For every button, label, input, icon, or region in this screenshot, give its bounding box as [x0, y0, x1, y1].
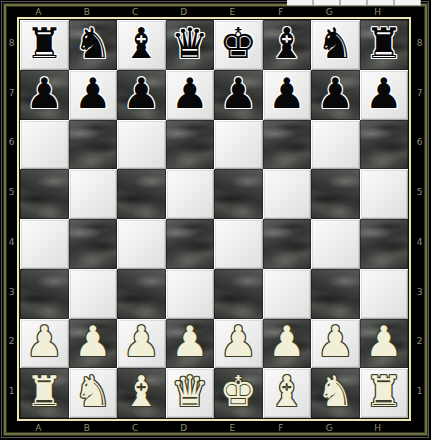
square-a3[interactable] — [20, 269, 69, 319]
square-g6[interactable] — [311, 120, 360, 170]
square-h3[interactable] — [360, 269, 409, 319]
square-d5[interactable] — [166, 169, 215, 219]
piece-black-pawn[interactable]: ♟ — [122, 73, 160, 115]
file-bottom-label-a: A — [14, 422, 63, 434]
square-h8[interactable]: ♜ — [360, 20, 409, 70]
square-g8[interactable]: ♞ — [311, 20, 360, 70]
square-d6[interactable] — [166, 120, 215, 170]
piece-black-rook[interactable]: ♜ — [365, 23, 403, 65]
board: ♜♞♝♛♚♝♞♜♟♟♟♟♟♟♟♟♟♟♟♟♟♟♟♟♜♞♝♛♚♝♞♜ — [20, 20, 408, 418]
rank-right-label-7: 7 — [414, 68, 425, 118]
square-c7[interactable]: ♟ — [117, 70, 166, 120]
square-f6[interactable] — [263, 120, 312, 170]
square-e4[interactable] — [214, 219, 263, 269]
rank-labels-left: 87654321 — [6, 20, 17, 418]
square-d3[interactable] — [166, 269, 215, 319]
piece-black-pawn[interactable]: ♟ — [171, 73, 209, 115]
square-b8[interactable]: ♞ — [69, 20, 118, 70]
square-a5[interactable] — [20, 169, 69, 219]
piece-white-pawn[interactable]: ♟ — [74, 321, 112, 363]
square-e2[interactable]: ♟ — [214, 319, 263, 369]
piece-black-king[interactable]: ♚ — [219, 23, 257, 65]
square-a6[interactable] — [20, 120, 69, 170]
piece-black-pawn[interactable]: ♟ — [268, 73, 306, 115]
square-d1[interactable]: ♛ — [166, 368, 215, 418]
piece-black-pawn[interactable]: ♟ — [316, 73, 354, 115]
piece-black-rook[interactable]: ♜ — [25, 23, 63, 65]
square-h7[interactable]: ♟ — [360, 70, 409, 120]
square-f3[interactable] — [263, 269, 312, 319]
rank-left-label-6: 6 — [6, 118, 17, 168]
file-bottom-label-c: C — [111, 422, 160, 434]
rank-left-label-1: 1 — [6, 366, 17, 416]
square-c8[interactable]: ♝ — [117, 20, 166, 70]
file-top-label-f: F — [257, 6, 306, 18]
piece-black-bishop[interactable]: ♝ — [268, 23, 306, 65]
square-c2[interactable]: ♟ — [117, 319, 166, 369]
square-a7[interactable]: ♟ — [20, 70, 69, 120]
rank-left-label-8: 8 — [6, 18, 17, 68]
piece-white-pawn[interactable]: ♟ — [171, 321, 209, 363]
file-top-label-e: E — [208, 6, 257, 18]
file-bottom-label-d: D — [160, 422, 209, 434]
piece-black-pawn[interactable]: ♟ — [219, 73, 257, 115]
square-b6[interactable] — [69, 120, 118, 170]
square-d4[interactable] — [166, 219, 215, 269]
square-f5[interactable] — [263, 169, 312, 219]
board-frame: ♜♞♝♛♚♝♞♜♟♟♟♟♟♟♟♟♟♟♟♟♟♟♟♟♜♞♝♛♚♝♞♜ — [17, 17, 411, 421]
rank-left-label-7: 7 — [6, 68, 17, 118]
rank-right-label-3: 3 — [414, 267, 425, 317]
background-window-sliver — [287, 0, 421, 6]
square-e6[interactable] — [214, 120, 263, 170]
file-top-label-b: B — [63, 6, 112, 18]
rank-left-label-3: 3 — [6, 267, 17, 317]
square-d2[interactable]: ♟ — [166, 319, 215, 369]
square-g1[interactable]: ♞ — [311, 368, 360, 418]
rank-left-label-2: 2 — [6, 317, 17, 367]
square-h1[interactable]: ♜ — [360, 368, 409, 418]
piece-white-pawn[interactable]: ♟ — [268, 321, 306, 363]
piece-white-pawn[interactable]: ♟ — [219, 321, 257, 363]
square-g4[interactable] — [311, 219, 360, 269]
square-c1[interactable]: ♝ — [117, 368, 166, 418]
square-h2[interactable]: ♟ — [360, 319, 409, 369]
rank-right-label-2: 2 — [414, 317, 425, 367]
rank-left-label-5: 5 — [6, 167, 17, 217]
square-g3[interactable] — [311, 269, 360, 319]
square-f1[interactable]: ♝ — [263, 368, 312, 418]
piece-black-pawn[interactable]: ♟ — [365, 73, 403, 115]
piece-white-bishop[interactable]: ♝ — [268, 371, 306, 413]
square-e5[interactable] — [214, 169, 263, 219]
rank-labels-right: 87654321 — [414, 20, 425, 418]
square-d7[interactable]: ♟ — [166, 70, 215, 120]
file-top-label-d: D — [160, 6, 209, 18]
piece-white-rook[interactable]: ♜ — [365, 371, 403, 413]
square-a4[interactable] — [20, 219, 69, 269]
piece-white-pawn[interactable]: ♟ — [316, 321, 354, 363]
piece-white-pawn[interactable]: ♟ — [25, 321, 63, 363]
piece-white-pawn[interactable]: ♟ — [365, 321, 403, 363]
square-g2[interactable]: ♟ — [311, 319, 360, 369]
piece-white-knight[interactable]: ♞ — [74, 371, 112, 413]
square-b2[interactable]: ♟ — [69, 319, 118, 369]
file-bottom-label-e: E — [208, 422, 257, 434]
square-d8[interactable]: ♛ — [166, 20, 215, 70]
square-f7[interactable]: ♟ — [263, 70, 312, 120]
square-b5[interactable] — [69, 169, 118, 219]
file-bottom-label-b: B — [63, 422, 112, 434]
piece-black-knight[interactable]: ♞ — [74, 23, 112, 65]
square-f4[interactable] — [263, 219, 312, 269]
piece-black-bishop[interactable]: ♝ — [122, 23, 160, 65]
square-f2[interactable]: ♟ — [263, 319, 312, 369]
file-top-label-a: A — [14, 6, 63, 18]
square-h5[interactable] — [360, 169, 409, 219]
square-e7[interactable]: ♟ — [214, 70, 263, 120]
file-bottom-label-f: F — [257, 422, 306, 434]
square-e3[interactable] — [214, 269, 263, 319]
square-e1[interactable]: ♚ — [214, 368, 263, 418]
piece-white-queen[interactable]: ♛ — [171, 371, 209, 413]
square-c3[interactable] — [117, 269, 166, 319]
piece-white-rook[interactable]: ♜ — [25, 371, 63, 413]
piece-black-pawn[interactable]: ♟ — [25, 73, 63, 115]
rank-left-label-4: 4 — [6, 217, 17, 267]
file-bottom-label-g: G — [305, 422, 354, 434]
square-c5[interactable] — [117, 169, 166, 219]
piece-black-queen[interactable]: ♛ — [171, 23, 209, 65]
piece-white-bishop[interactable]: ♝ — [122, 371, 160, 413]
square-h4[interactable] — [360, 219, 409, 269]
rank-right-label-1: 1 — [414, 366, 425, 416]
square-a2[interactable]: ♟ — [20, 319, 69, 369]
file-labels-top: ABCDEFGH — [20, 6, 408, 18]
square-g5[interactable] — [311, 169, 360, 219]
chess-app-window: ABCDEFGH ABCDEFGH 87654321 87654321 ♜♞♝♛… — [0, 0, 431, 440]
square-a1[interactable]: ♜ — [20, 368, 69, 418]
file-top-label-h: H — [354, 6, 403, 18]
square-b7[interactable]: ♟ — [69, 70, 118, 120]
piece-black-pawn[interactable]: ♟ — [74, 73, 112, 115]
square-f8[interactable]: ♝ — [263, 20, 312, 70]
square-h6[interactable] — [360, 120, 409, 170]
rank-right-label-8: 8 — [414, 18, 425, 68]
square-a8[interactable]: ♜ — [20, 20, 69, 70]
rank-right-label-4: 4 — [414, 217, 425, 267]
piece-white-pawn[interactable]: ♟ — [122, 321, 160, 363]
square-b1[interactable]: ♞ — [69, 368, 118, 418]
file-top-label-g: G — [305, 6, 354, 18]
file-labels-bottom: ABCDEFGH — [20, 422, 408, 434]
square-b4[interactable] — [69, 219, 118, 269]
file-bottom-label-h: H — [354, 422, 403, 434]
piece-white-king[interactable]: ♚ — [219, 371, 257, 413]
square-e8[interactable]: ♚ — [214, 20, 263, 70]
square-g7[interactable]: ♟ — [311, 70, 360, 120]
square-c4[interactable] — [117, 219, 166, 269]
square-b3[interactable] — [69, 269, 118, 319]
piece-white-knight[interactable]: ♞ — [316, 371, 354, 413]
rank-right-label-6: 6 — [414, 118, 425, 168]
file-top-label-c: C — [111, 6, 160, 18]
piece-black-knight[interactable]: ♞ — [316, 23, 354, 65]
rank-right-label-5: 5 — [414, 167, 425, 217]
square-c6[interactable] — [117, 120, 166, 170]
